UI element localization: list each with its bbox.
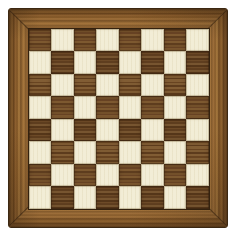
square-r7-c8 bbox=[186, 164, 209, 187]
square-r1-c2 bbox=[51, 29, 74, 52]
square-r7-c4 bbox=[96, 164, 119, 187]
board-frame-top bbox=[9, 9, 227, 29]
square-r6-c1 bbox=[29, 141, 52, 164]
square-r3-c1 bbox=[29, 74, 52, 97]
square-r5-c5 bbox=[119, 119, 142, 142]
square-r5-c1 bbox=[29, 119, 52, 142]
square-r8-c6 bbox=[141, 186, 164, 209]
square-r2-c3 bbox=[74, 51, 97, 74]
square-r2-c7 bbox=[164, 51, 187, 74]
square-r4-c3 bbox=[74, 96, 97, 119]
board-frame-bottom bbox=[9, 207, 227, 227]
square-r4-c5 bbox=[119, 96, 142, 119]
square-r6-c5 bbox=[119, 141, 142, 164]
square-r7-c1 bbox=[29, 164, 52, 187]
photo-background bbox=[0, 0, 236, 236]
square-r3-c8 bbox=[186, 74, 209, 97]
square-r3-c6 bbox=[141, 74, 164, 97]
square-r8-c1 bbox=[29, 186, 52, 209]
chess-board bbox=[8, 8, 228, 228]
square-r5-c4 bbox=[96, 119, 119, 142]
square-r7-c6 bbox=[141, 164, 164, 187]
square-r6-c4 bbox=[96, 141, 119, 164]
square-r2-c5 bbox=[119, 51, 142, 74]
square-r7-c5 bbox=[119, 164, 142, 187]
square-r7-c7 bbox=[164, 164, 187, 187]
square-r6-c3 bbox=[74, 141, 97, 164]
board-frame-right bbox=[207, 9, 227, 227]
square-r5-c7 bbox=[164, 119, 187, 142]
square-r1-c1 bbox=[29, 29, 52, 52]
square-r3-c5 bbox=[119, 74, 142, 97]
square-r6-c7 bbox=[164, 141, 187, 164]
square-r2-c2 bbox=[51, 51, 74, 74]
square-r1-c7 bbox=[164, 29, 187, 52]
square-r3-c7 bbox=[164, 74, 187, 97]
square-r5-c3 bbox=[74, 119, 97, 142]
square-r5-c8 bbox=[186, 119, 209, 142]
square-r4-c8 bbox=[186, 96, 209, 119]
square-r6-c6 bbox=[141, 141, 164, 164]
square-r4-c7 bbox=[164, 96, 187, 119]
square-r8-c8 bbox=[186, 186, 209, 209]
square-r1-c4 bbox=[96, 29, 119, 52]
square-r5-c2 bbox=[51, 119, 74, 142]
square-r8-c7 bbox=[164, 186, 187, 209]
board-squares bbox=[28, 28, 210, 210]
square-r2-c1 bbox=[29, 51, 52, 74]
square-r7-c3 bbox=[74, 164, 97, 187]
square-r3-c3 bbox=[74, 74, 97, 97]
square-r1-c5 bbox=[119, 29, 142, 52]
square-r4-c6 bbox=[141, 96, 164, 119]
square-r3-c2 bbox=[51, 74, 74, 97]
square-r4-c4 bbox=[96, 96, 119, 119]
board-frame-left bbox=[9, 9, 29, 227]
square-r6-c8 bbox=[186, 141, 209, 164]
square-r1-c3 bbox=[74, 29, 97, 52]
square-r2-c4 bbox=[96, 51, 119, 74]
square-r4-c2 bbox=[51, 96, 74, 119]
square-r6-c2 bbox=[51, 141, 74, 164]
square-r8-c5 bbox=[119, 186, 142, 209]
square-r3-c4 bbox=[96, 74, 119, 97]
square-r8-c4 bbox=[96, 186, 119, 209]
square-r1-c6 bbox=[141, 29, 164, 52]
square-r2-c6 bbox=[141, 51, 164, 74]
square-r8-c3 bbox=[74, 186, 97, 209]
square-r1-c8 bbox=[186, 29, 209, 52]
square-r7-c2 bbox=[51, 164, 74, 187]
square-r8-c2 bbox=[51, 186, 74, 209]
square-r2-c8 bbox=[186, 51, 209, 74]
square-r5-c6 bbox=[141, 119, 164, 142]
square-r4-c1 bbox=[29, 96, 52, 119]
